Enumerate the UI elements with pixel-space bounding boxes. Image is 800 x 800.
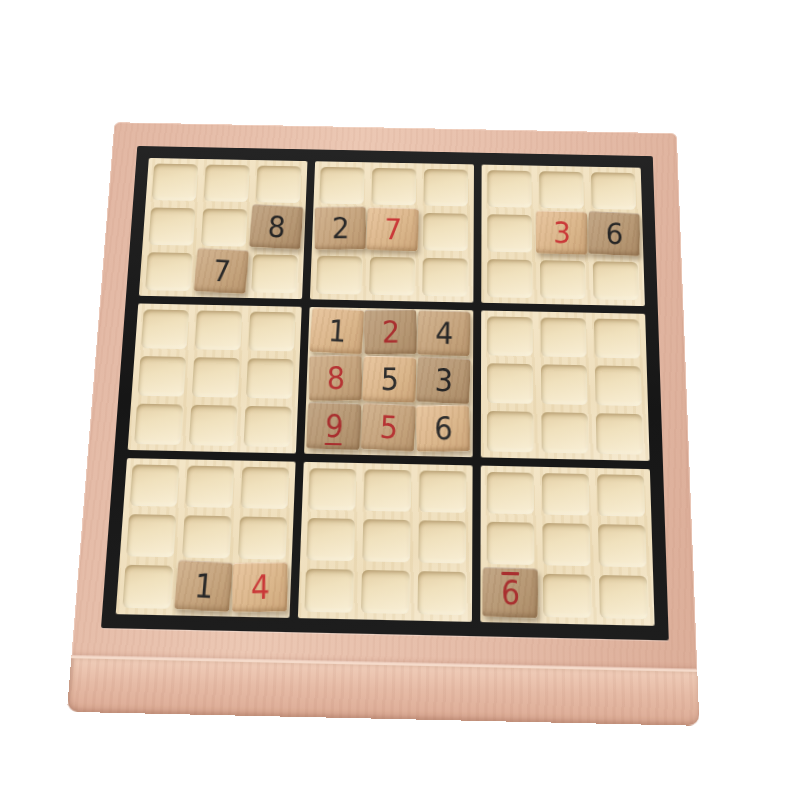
sudoku-box-2: 27	[310, 161, 474, 302]
product-photo-background: 872736124853956146	[0, 0, 800, 800]
tile-r2c9[interactable]: 6	[588, 211, 640, 257]
cell-r8c8[interactable]	[542, 523, 590, 566]
tile-r2c3[interactable]: 8	[249, 204, 304, 250]
cell-r6c8[interactable]	[541, 412, 588, 453]
cell-r4c2[interactable]	[195, 310, 243, 350]
cell-r7c3[interactable]	[240, 467, 289, 509]
cell-r9c8[interactable]	[543, 574, 592, 618]
sudoku-box-3: 36	[481, 165, 645, 307]
tile-r4c4[interactable]: 1	[309, 307, 364, 355]
cell-r3c1[interactable]	[145, 252, 193, 291]
cell-r6c4[interactable]: 9	[310, 407, 358, 448]
cell-r5c7[interactable]	[487, 363, 533, 404]
tile-r6c6[interactable]: 6	[416, 405, 471, 452]
cell-r5c4[interactable]: 8	[312, 360, 359, 401]
tile-r5c4[interactable]: 8	[309, 355, 362, 401]
cell-r3c8[interactable]	[540, 260, 586, 299]
cell-r9c2[interactable]: 1	[179, 566, 229, 610]
tile-r2c8[interactable]: 3	[536, 210, 588, 254]
tile-digit: 1	[193, 569, 215, 603]
tile-r5c6[interactable]: 3	[416, 356, 471, 404]
cell-r2c9[interactable]: 6	[592, 216, 638, 254]
cell-r1c4[interactable]	[319, 167, 364, 205]
tile-digit: 2	[331, 213, 349, 242]
sudoku-tray: 872736124853956146	[67, 122, 700, 726]
cell-r2c5[interactable]: 7	[370, 212, 415, 250]
sudoku-box-7: 14	[116, 458, 296, 618]
tile-digit: 8	[266, 212, 286, 242]
cell-r5c8[interactable]	[541, 364, 588, 405]
cell-r5c1[interactable]	[138, 356, 187, 397]
cell-r3c7[interactable]	[487, 259, 532, 298]
cell-r4c1[interactable]	[141, 309, 189, 349]
cell-r4c5[interactable]: 2	[368, 314, 414, 354]
cell-r5c5[interactable]: 5	[366, 361, 413, 402]
cell-r6c3[interactable]	[243, 406, 291, 447]
tile-r9c2[interactable]: 1	[174, 560, 233, 613]
cell-r5c2[interactable]	[192, 357, 240, 398]
tile-digit: 4	[435, 318, 454, 349]
cell-r3c5[interactable]	[369, 257, 415, 296]
tile-r9c7[interactable]: 6	[482, 567, 538, 618]
cell-r3c3[interactable]	[251, 254, 298, 293]
cell-r4c8[interactable]	[540, 317, 586, 357]
cell-r8c3[interactable]	[238, 516, 287, 559]
cell-r1c1[interactable]	[152, 164, 199, 201]
cell-r2c6[interactable]	[423, 213, 468, 251]
cell-r6c1[interactable]	[134, 404, 183, 445]
tile-digit: 6	[605, 219, 623, 249]
cell-r9c4[interactable]	[304, 569, 353, 613]
cell-r9c1[interactable]	[122, 565, 173, 609]
tile-digit: 3	[553, 218, 571, 247]
tile-digit: 5	[380, 363, 399, 394]
cell-r7c1[interactable]	[130, 464, 180, 506]
cell-r4c9[interactable]	[594, 319, 641, 359]
cell-r7c6[interactable]	[419, 470, 466, 512]
tile-digit: 3	[434, 364, 454, 396]
cell-r2c2[interactable]	[201, 208, 248, 246]
cell-r7c4[interactable]	[308, 468, 356, 510]
wooden-frame: 872736124853956146	[71, 122, 697, 670]
cell-r8c2[interactable]	[182, 515, 232, 558]
cell-r5c9[interactable]	[595, 365, 642, 406]
sudoku-board: 872736124853956146	[101, 146, 669, 640]
cell-r7c5[interactable]	[364, 469, 412, 511]
tile-digit: 5	[378, 411, 398, 443]
sudoku-box-9: 6	[480, 466, 654, 626]
tile-digit: 4	[250, 570, 269, 604]
cell-r8c7[interactable]	[487, 522, 535, 565]
digit-underline-mark	[324, 442, 341, 445]
tile-r9c3[interactable]: 4	[232, 562, 288, 612]
tile-r6c4[interactable]: 9	[306, 402, 361, 450]
tile-digit: 7	[383, 214, 402, 243]
cell-r3c2[interactable]: 7	[198, 253, 245, 292]
cell-r7c8[interactable]	[542, 473, 590, 515]
sudoku-grid: 872736124853956146	[116, 158, 655, 626]
cell-r8c9[interactable]	[598, 524, 647, 567]
tile-digit: 7	[211, 256, 231, 286]
tile-digit: 6	[433, 412, 452, 444]
cell-r3c6[interactable]	[422, 258, 467, 297]
cell-r1c2[interactable]	[204, 165, 250, 202]
sudoku-box-5: 124853956	[304, 307, 473, 457]
cell-r4c4[interactable]: 1	[314, 313, 361, 353]
cell-r1c8[interactable]	[539, 171, 584, 209]
cell-r6c6[interactable]: 6	[420, 410, 467, 451]
cell-r6c5[interactable]: 5	[365, 408, 412, 449]
cell-r9c9[interactable]	[599, 575, 648, 619]
cell-r1c7[interactable]	[487, 170, 531, 208]
tile-r6c5[interactable]: 5	[360, 402, 416, 451]
cell-r7c7[interactable]	[487, 472, 534, 514]
cell-r8c5[interactable]	[362, 519, 410, 562]
cell-r2c4[interactable]: 2	[318, 211, 364, 249]
tile-digit: 2	[381, 317, 399, 347]
cell-r8c6[interactable]	[418, 520, 466, 563]
cell-r5c3[interactable]	[246, 358, 294, 399]
cell-r9c5[interactable]	[361, 570, 410, 614]
cell-r4c6[interactable]: 4	[421, 315, 467, 355]
sudoku-box-6	[481, 310, 650, 460]
tile-r3c2[interactable]: 7	[193, 248, 249, 294]
tile-digit: 8	[326, 362, 344, 393]
cell-r2c3[interactable]: 8	[253, 210, 299, 248]
cell-r7c2[interactable]	[185, 466, 234, 508]
cell-r6c2[interactable]	[189, 405, 238, 446]
tile-r2c5[interactable]: 7	[366, 207, 419, 251]
cell-r6c7[interactable]	[487, 411, 534, 452]
sudoku-box-8	[298, 462, 473, 622]
tile-digit: 9	[324, 410, 344, 442]
tile-digit: 1	[327, 315, 347, 346]
cell-r1c3[interactable]	[256, 166, 302, 203]
cell-r2c1[interactable]	[148, 207, 195, 245]
cell-r3c4[interactable]	[316, 256, 362, 295]
tile-r4c6[interactable]: 4	[417, 310, 470, 356]
cell-r2c7[interactable]	[487, 214, 532, 252]
cell-r4c3[interactable]	[248, 312, 295, 352]
cell-r4c7[interactable]	[487, 316, 533, 356]
cell-r9c7[interactable]: 6	[487, 573, 535, 617]
cell-r8c4[interactable]	[306, 518, 355, 561]
tile-r4c5[interactable]: 2	[364, 309, 417, 354]
cell-r7c9[interactable]	[597, 474, 645, 517]
cell-r1c5[interactable]	[371, 168, 416, 206]
tile-digit: 6	[501, 575, 520, 609]
cell-r8c1[interactable]	[126, 514, 176, 557]
tile-r2c4[interactable]: 2	[314, 206, 366, 249]
sudoku-box-4	[128, 303, 302, 453]
cell-r9c6[interactable]	[417, 571, 465, 615]
cell-r1c9[interactable]	[591, 172, 636, 210]
digit-overline-mark	[501, 572, 519, 575]
tile-r5c5[interactable]: 5	[362, 355, 416, 402]
cell-r9c3[interactable]: 4	[235, 567, 285, 611]
cell-r6c9[interactable]	[596, 413, 644, 454]
cell-r5c6[interactable]: 3	[421, 362, 467, 403]
cell-r3c9[interactable]	[593, 261, 639, 300]
sudoku-box-1: 87	[139, 158, 308, 299]
cell-r2c8[interactable]: 3	[540, 215, 585, 253]
cell-r1c6[interactable]	[424, 169, 469, 207]
